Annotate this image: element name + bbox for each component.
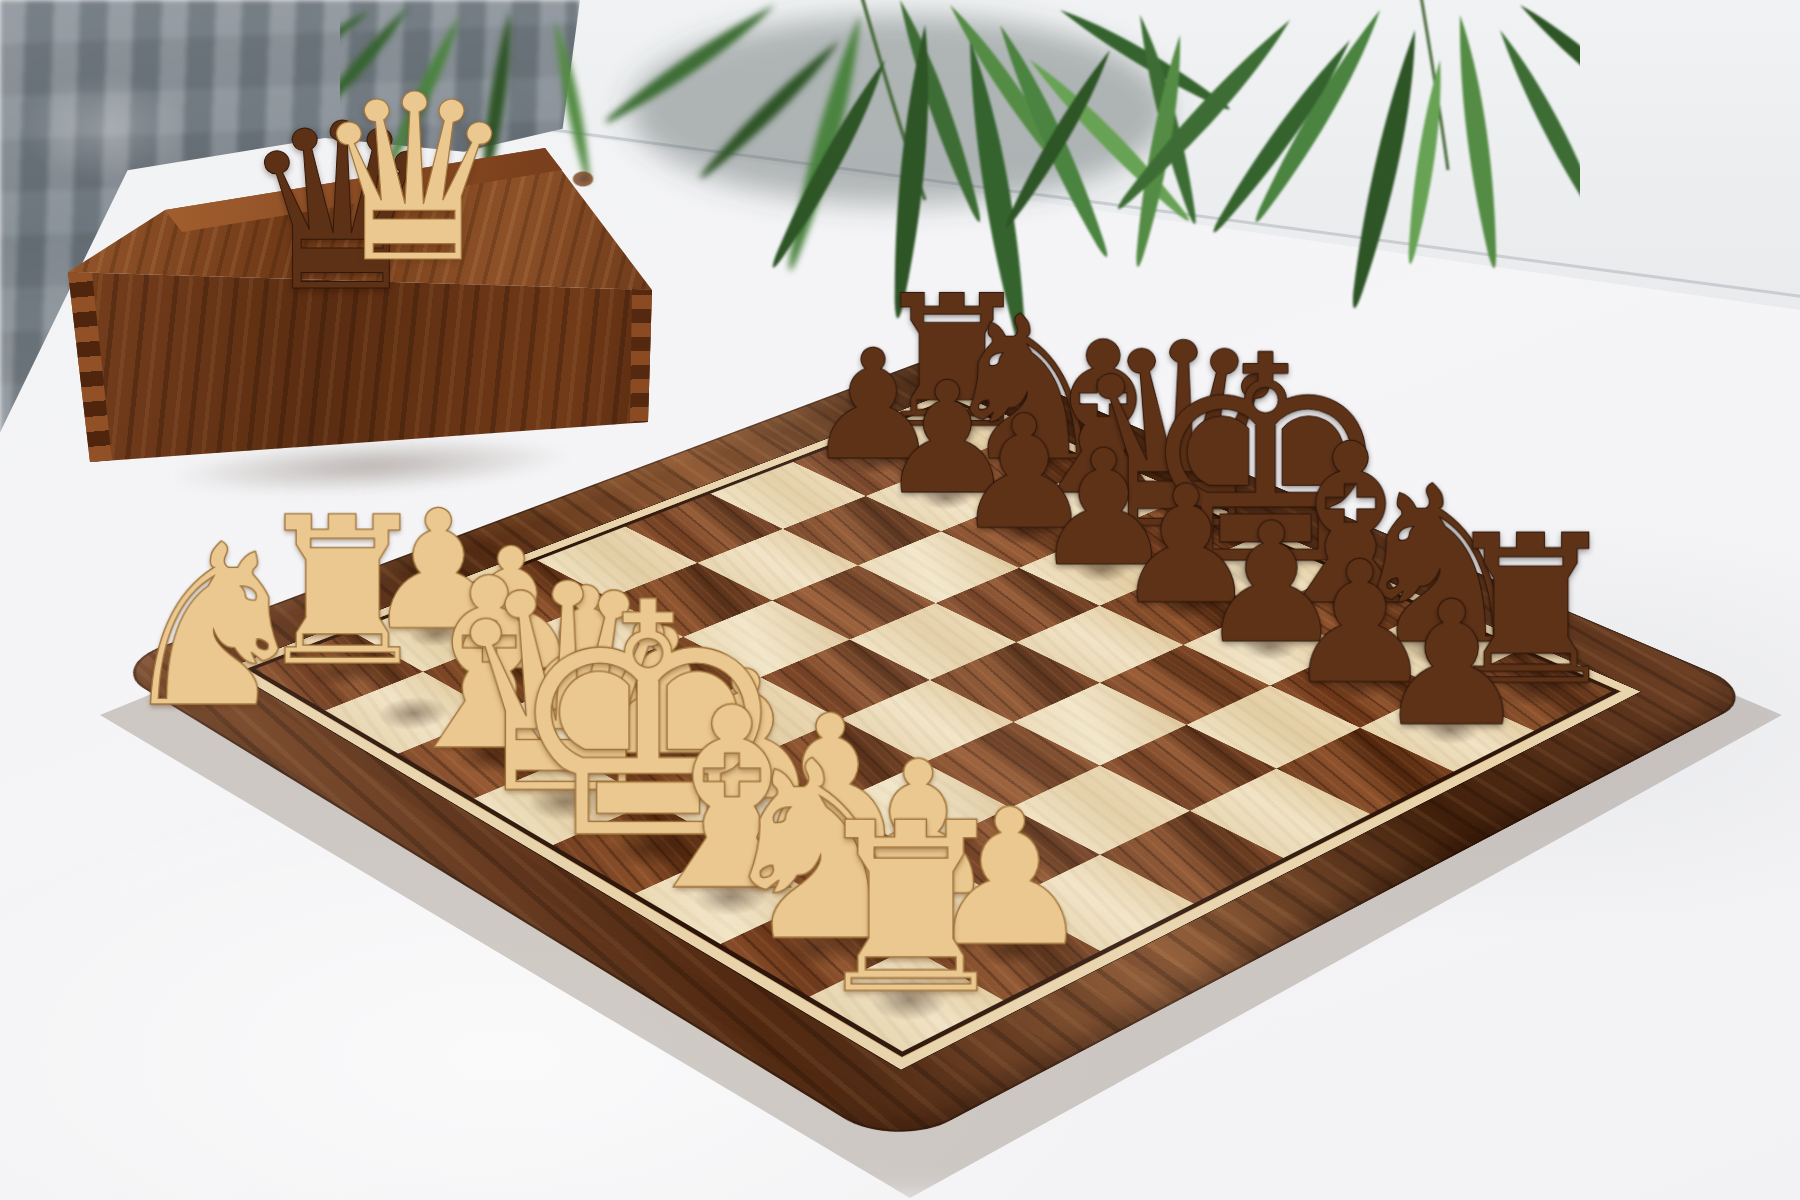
- knight-glyph: ♞: [114, 515, 314, 738]
- rook-glyph: ♜: [806, 792, 1016, 1026]
- pawn-glyph: ♟: [1375, 578, 1529, 750]
- box-lid-knob: [568, 168, 598, 190]
- scene: ♛ ♛ ♜♞♝♛♚♝♞♜♟♟♟♟♟♟♟♟♟♟♟♟♟♟♟♟♜♞♝♛♚♝♞♜: [0, 0, 1800, 1200]
- pieces-layer: ♜♞♝♛♚♝♞♜♟♟♟♟♟♟♟♟♟♟♟♟♟♟♟♟♜♞♝♛♚♝♞♜: [255, 401, 1612, 1051]
- extra-queen-light: ♛: [311, 65, 517, 295]
